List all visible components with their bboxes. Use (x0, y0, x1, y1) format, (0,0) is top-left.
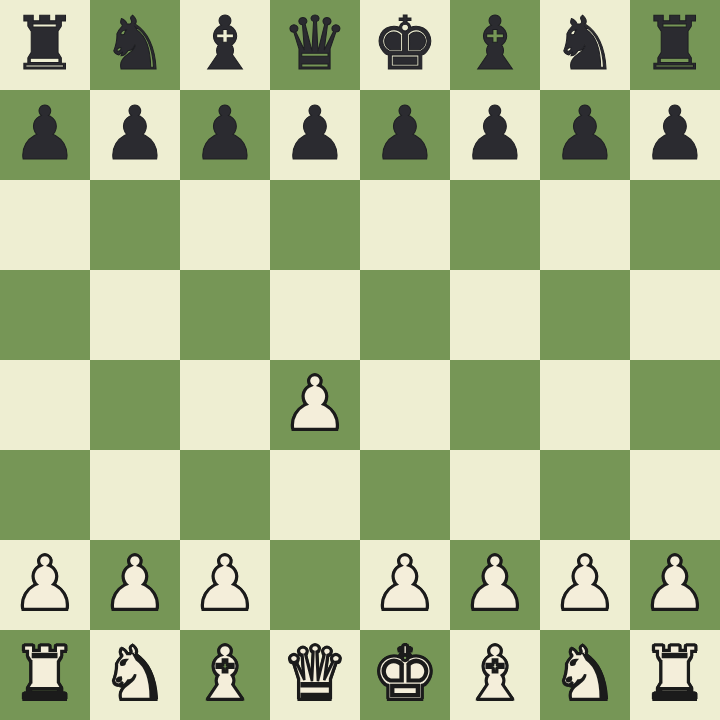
black-knight-b8[interactable]: ♞ (102, 6, 168, 80)
square-f2[interactable]: ♟ (450, 540, 540, 630)
square-c8[interactable]: ♝ (180, 0, 270, 90)
white-pawn-f2[interactable]: ♟ (462, 546, 528, 620)
black-king-e8[interactable]: ♚ (372, 6, 438, 80)
square-f7[interactable]: ♟ (450, 90, 540, 180)
white-pawn-e2[interactable]: ♟ (372, 546, 438, 620)
square-a5[interactable] (0, 270, 90, 360)
square-e1[interactable]: ♚ (360, 630, 450, 720)
square-b1[interactable]: ♞ (90, 630, 180, 720)
square-a4[interactable] (0, 360, 90, 450)
square-f3[interactable] (450, 450, 540, 540)
black-rook-a8[interactable]: ♜ (12, 6, 78, 80)
square-h6[interactable] (630, 180, 720, 270)
square-c2[interactable]: ♟ (180, 540, 270, 630)
square-b8[interactable]: ♞ (90, 0, 180, 90)
white-queen-d1[interactable]: ♛ (282, 636, 348, 710)
square-e7[interactable]: ♟ (360, 90, 450, 180)
black-pawn-a7[interactable]: ♟ (12, 96, 78, 170)
white-knight-g1[interactable]: ♞ (552, 636, 618, 710)
square-g4[interactable] (540, 360, 630, 450)
square-h8[interactable]: ♜ (630, 0, 720, 90)
square-f4[interactable] (450, 360, 540, 450)
square-d3[interactable] (270, 450, 360, 540)
square-e5[interactable] (360, 270, 450, 360)
square-d1[interactable]: ♛ (270, 630, 360, 720)
black-knight-g8[interactable]: ♞ (552, 6, 618, 80)
square-e2[interactable]: ♟ (360, 540, 450, 630)
white-pawn-d4[interactable]: ♟ (282, 366, 348, 440)
square-e8[interactable]: ♚ (360, 0, 450, 90)
square-g7[interactable]: ♟ (540, 90, 630, 180)
black-pawn-b7[interactable]: ♟ (102, 96, 168, 170)
white-rook-a1[interactable]: ♜ (12, 636, 78, 710)
square-c3[interactable] (180, 450, 270, 540)
black-pawn-h7[interactable]: ♟ (642, 96, 708, 170)
square-a2[interactable]: ♟ (0, 540, 90, 630)
square-c5[interactable] (180, 270, 270, 360)
chess-board-container: ♜♞♝♛♚♝♞♜♟♟♟♟♟♟♟♟♟♟♟♟♟♟♟♟♜♞♝♛♚♝♞♜ (0, 0, 720, 720)
white-pawn-c2[interactable]: ♟ (192, 546, 258, 620)
square-d2[interactable] (270, 540, 360, 630)
black-pawn-d7[interactable]: ♟ (282, 96, 348, 170)
square-h5[interactable] (630, 270, 720, 360)
square-d6[interactable] (270, 180, 360, 270)
square-b6[interactable] (90, 180, 180, 270)
black-rook-h8[interactable]: ♜ (642, 6, 708, 80)
white-bishop-c1[interactable]: ♝ (192, 636, 258, 710)
white-king-e1[interactable]: ♚ (372, 636, 438, 710)
white-bishop-f1[interactable]: ♝ (462, 636, 528, 710)
square-g5[interactable] (540, 270, 630, 360)
square-h1[interactable]: ♜ (630, 630, 720, 720)
square-b2[interactable]: ♟ (90, 540, 180, 630)
square-e3[interactable] (360, 450, 450, 540)
square-b7[interactable]: ♟ (90, 90, 180, 180)
square-g2[interactable]: ♟ (540, 540, 630, 630)
square-e4[interactable] (360, 360, 450, 450)
square-a1[interactable]: ♜ (0, 630, 90, 720)
square-a3[interactable] (0, 450, 90, 540)
square-h3[interactable] (630, 450, 720, 540)
white-pawn-b2[interactable]: ♟ (102, 546, 168, 620)
square-a8[interactable]: ♜ (0, 0, 90, 90)
square-f6[interactable] (450, 180, 540, 270)
square-b5[interactable] (90, 270, 180, 360)
square-g8[interactable]: ♞ (540, 0, 630, 90)
white-pawn-g2[interactable]: ♟ (552, 546, 618, 620)
square-f1[interactable]: ♝ (450, 630, 540, 720)
white-pawn-h2[interactable]: ♟ (642, 546, 708, 620)
black-bishop-f8[interactable]: ♝ (462, 6, 528, 80)
black-pawn-g7[interactable]: ♟ (552, 96, 618, 170)
black-pawn-e7[interactable]: ♟ (372, 96, 438, 170)
white-pawn-a2[interactable]: ♟ (12, 546, 78, 620)
square-a6[interactable] (0, 180, 90, 270)
black-bishop-c8[interactable]: ♝ (192, 6, 258, 80)
square-g6[interactable] (540, 180, 630, 270)
square-c4[interactable] (180, 360, 270, 450)
square-b4[interactable] (90, 360, 180, 450)
square-c1[interactable]: ♝ (180, 630, 270, 720)
square-f8[interactable]: ♝ (450, 0, 540, 90)
square-c6[interactable] (180, 180, 270, 270)
square-d7[interactable]: ♟ (270, 90, 360, 180)
square-h4[interactable] (630, 360, 720, 450)
square-d8[interactable]: ♛ (270, 0, 360, 90)
square-h7[interactable]: ♟ (630, 90, 720, 180)
square-c7[interactable]: ♟ (180, 90, 270, 180)
square-g1[interactable]: ♞ (540, 630, 630, 720)
square-a7[interactable]: ♟ (0, 90, 90, 180)
black-pawn-c7[interactable]: ♟ (192, 96, 258, 170)
white-rook-h1[interactable]: ♜ (642, 636, 708, 710)
square-h2[interactable]: ♟ (630, 540, 720, 630)
white-knight-b1[interactable]: ♞ (102, 636, 168, 710)
square-f5[interactable] (450, 270, 540, 360)
square-d4[interactable]: ♟ (270, 360, 360, 450)
square-d5[interactable] (270, 270, 360, 360)
square-g3[interactable] (540, 450, 630, 540)
black-queen-d8[interactable]: ♛ (282, 6, 348, 80)
square-e6[interactable] (360, 180, 450, 270)
black-pawn-f7[interactable]: ♟ (462, 96, 528, 170)
square-b3[interactable] (90, 450, 180, 540)
chess-board: ♜♞♝♛♚♝♞♜♟♟♟♟♟♟♟♟♟♟♟♟♟♟♟♟♜♞♝♛♚♝♞♜ (0, 0, 720, 720)
